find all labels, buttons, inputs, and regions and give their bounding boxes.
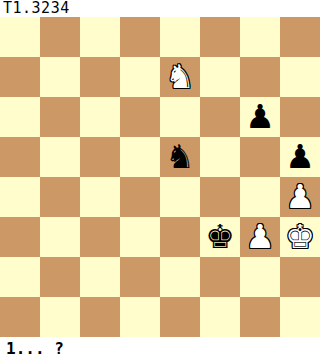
square-d4[interactable]	[120, 177, 160, 217]
move-prompt: 1... ?	[0, 337, 320, 360]
square-b5[interactable]	[40, 137, 80, 177]
square-d8[interactable]	[120, 17, 160, 57]
square-g8[interactable]	[240, 17, 280, 57]
square-h6[interactable]	[280, 97, 320, 137]
square-f5[interactable]	[200, 137, 240, 177]
square-c3[interactable]	[80, 217, 120, 257]
black-pawn[interactable]: ♟	[285, 137, 315, 177]
square-d7[interactable]	[120, 57, 160, 97]
square-g2[interactable]	[240, 257, 280, 297]
square-e3[interactable]	[160, 217, 200, 257]
square-h5[interactable]: ♟	[280, 137, 320, 177]
black-king[interactable]: ♚	[205, 217, 235, 257]
square-h4[interactable]: ♟	[280, 177, 320, 217]
square-b6[interactable]	[40, 97, 80, 137]
square-b3[interactable]	[40, 217, 80, 257]
square-g4[interactable]	[240, 177, 280, 217]
square-e7[interactable]: ♞	[160, 57, 200, 97]
square-c5[interactable]	[80, 137, 120, 177]
square-h2[interactable]	[280, 257, 320, 297]
square-a7[interactable]	[0, 57, 40, 97]
chess-board: ♞♟♞♟♟♚♟♚	[0, 17, 320, 337]
square-e4[interactable]	[160, 177, 200, 217]
square-f6[interactable]	[200, 97, 240, 137]
square-e6[interactable]	[160, 97, 200, 137]
square-c6[interactable]	[80, 97, 120, 137]
black-pawn[interactable]: ♟	[245, 97, 275, 137]
square-d3[interactable]	[120, 217, 160, 257]
white-king[interactable]: ♚	[285, 217, 315, 257]
square-c7[interactable]	[80, 57, 120, 97]
square-f1[interactable]	[200, 297, 240, 337]
square-e1[interactable]	[160, 297, 200, 337]
chess-diagram-page: T1.3234 ♞♟♞♟♟♚♟♚ 1... ?	[0, 0, 320, 360]
puzzle-id: T1.3234	[0, 0, 320, 17]
square-e8[interactable]	[160, 17, 200, 57]
square-a8[interactable]	[0, 17, 40, 57]
square-g6[interactable]: ♟	[240, 97, 280, 137]
square-d5[interactable]	[120, 137, 160, 177]
square-h7[interactable]	[280, 57, 320, 97]
square-g1[interactable]	[240, 297, 280, 337]
square-f4[interactable]	[200, 177, 240, 217]
square-g5[interactable]	[240, 137, 280, 177]
white-knight[interactable]: ♞	[165, 57, 195, 97]
square-c4[interactable]	[80, 177, 120, 217]
square-d2[interactable]	[120, 257, 160, 297]
square-c1[interactable]	[80, 297, 120, 337]
square-b2[interactable]	[40, 257, 80, 297]
square-a5[interactable]	[0, 137, 40, 177]
square-h8[interactable]	[280, 17, 320, 57]
square-e5[interactable]: ♞	[160, 137, 200, 177]
square-a2[interactable]	[0, 257, 40, 297]
square-b8[interactable]	[40, 17, 80, 57]
black-knight[interactable]: ♞	[165, 137, 195, 177]
square-h3[interactable]: ♚	[280, 217, 320, 257]
square-g7[interactable]	[240, 57, 280, 97]
square-a4[interactable]	[0, 177, 40, 217]
square-e2[interactable]	[160, 257, 200, 297]
square-f3[interactable]: ♚	[200, 217, 240, 257]
square-d6[interactable]	[120, 97, 160, 137]
square-f7[interactable]	[200, 57, 240, 97]
white-pawn[interactable]: ♟	[245, 217, 275, 257]
square-a1[interactable]	[0, 297, 40, 337]
square-a6[interactable]	[0, 97, 40, 137]
square-f8[interactable]	[200, 17, 240, 57]
white-pawn[interactable]: ♟	[285, 177, 315, 217]
square-c8[interactable]	[80, 17, 120, 57]
square-b4[interactable]	[40, 177, 80, 217]
square-b1[interactable]	[40, 297, 80, 337]
square-d1[interactable]	[120, 297, 160, 337]
square-f2[interactable]	[200, 257, 240, 297]
square-c2[interactable]	[80, 257, 120, 297]
square-g3[interactable]: ♟	[240, 217, 280, 257]
square-h1[interactable]	[280, 297, 320, 337]
square-a3[interactable]	[0, 217, 40, 257]
square-b7[interactable]	[40, 57, 80, 97]
